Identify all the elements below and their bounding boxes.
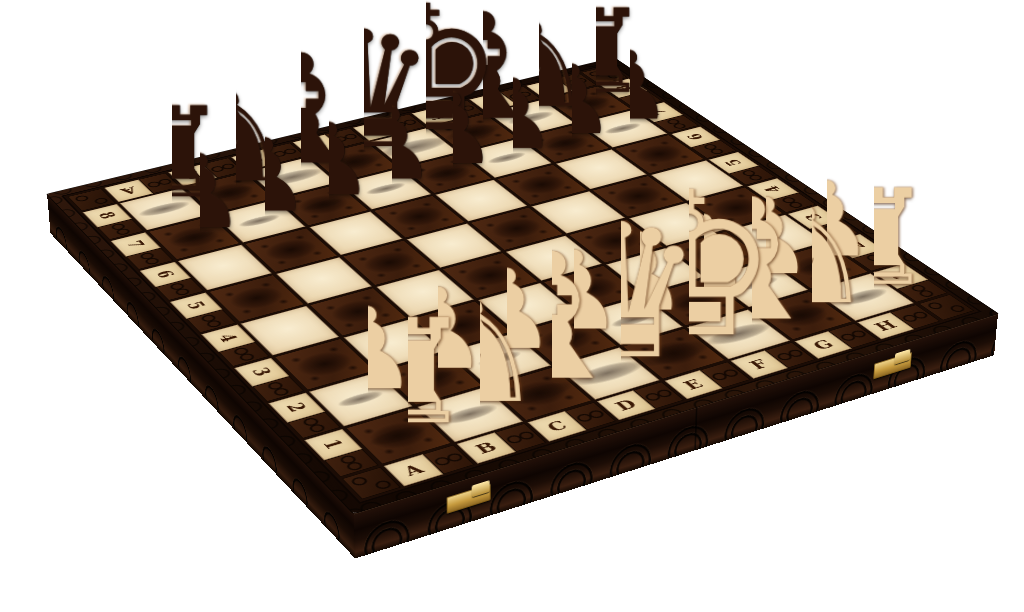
- brass-latch-left[interactable]: [447, 484, 491, 514]
- brass-latch-right[interactable]: [873, 352, 912, 379]
- chess-set-photo: ABCDEFGH8877665544332211ABCDEFGH ♜♞♝♛♚♝♞…: [0, 0, 1024, 612]
- fold-seam: [694, 407, 697, 451]
- chess-board: ABCDEFGH8877665544332211ABCDEFGH ♜♞♝♛♚♝♞…: [47, 58, 998, 514]
